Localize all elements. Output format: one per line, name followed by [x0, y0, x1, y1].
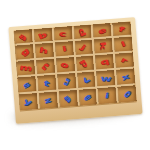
compartment: c	[53, 26, 72, 40]
compartment: v	[77, 72, 96, 88]
letter-tile: d	[78, 27, 87, 37]
letter-tile: t	[43, 79, 50, 87]
product-photo: abcdefghijklmnopqrstuvwxyzaeio	[0, 0, 150, 150]
letter-tile: l	[120, 40, 126, 48]
letter-tile: i	[61, 45, 67, 53]
compartment: e	[93, 23, 112, 37]
compartment: w	[96, 70, 115, 86]
compartment: s	[17, 76, 36, 92]
compartment: e	[78, 88, 97, 105]
compartment: m	[16, 60, 35, 75]
compartment: p	[75, 56, 94, 71]
compartment: r	[115, 52, 134, 67]
compartment: n	[36, 59, 55, 74]
compartment: o	[56, 57, 75, 72]
compartment: a	[14, 29, 33, 43]
letter-tile: e	[82, 92, 93, 102]
compartment: j	[74, 40, 93, 55]
letter-tile: b	[37, 30, 48, 40]
compartment: h	[35, 43, 54, 58]
compartment: i	[98, 87, 117, 104]
letter-tile: q	[100, 57, 110, 66]
letter-tile: u	[61, 76, 71, 87]
compartment: u	[57, 73, 76, 89]
compartment: z	[38, 92, 57, 109]
compartment: b	[33, 28, 52, 42]
letter-tile: o	[60, 60, 70, 69]
letter-tile: h	[39, 46, 49, 54]
letter-tile: v	[81, 75, 91, 85]
compartment: i	[54, 41, 73, 56]
compartment: a	[58, 90, 77, 107]
letter-tile: o	[122, 89, 133, 100]
compartment: g	[15, 44, 34, 59]
letter-tile: e	[97, 26, 107, 35]
compartment: l	[114, 37, 133, 52]
wooden-letter-box: abcdefghijklmnopqrstuvwxyzaeio	[8, 17, 142, 124]
letter-tile: m	[19, 64, 32, 73]
compartment-grid: abcdefghijklmnopqrstuvwxyzaeio	[14, 22, 137, 111]
compartment: d	[73, 25, 92, 39]
letter-tile: g	[19, 47, 30, 58]
letter-tile: s	[22, 80, 32, 90]
letter-tile: k	[100, 41, 108, 50]
letter-tile: n	[40, 61, 51, 72]
compartment: f	[113, 22, 132, 36]
letter-tile: w	[100, 74, 111, 82]
compartment: q	[95, 54, 114, 69]
letter-tile: c	[59, 30, 67, 38]
compartment: t	[37, 75, 56, 91]
letter-tile: p	[80, 58, 90, 69]
letter-tile: r	[120, 56, 129, 65]
letter-tile: a	[18, 31, 29, 41]
letter-tile: f	[118, 24, 126, 32]
compartment: o	[118, 85, 137, 102]
letter-tile: x	[121, 72, 131, 81]
compartment: y	[19, 93, 38, 110]
letter-tile: a	[62, 93, 73, 104]
compartment: k	[94, 38, 113, 53]
letter-tile: y	[23, 97, 33, 106]
letter-tile: i	[105, 92, 110, 100]
letter-tile: j	[80, 43, 87, 51]
compartment: x	[116, 68, 135, 84]
letter-tile: z	[44, 96, 53, 105]
